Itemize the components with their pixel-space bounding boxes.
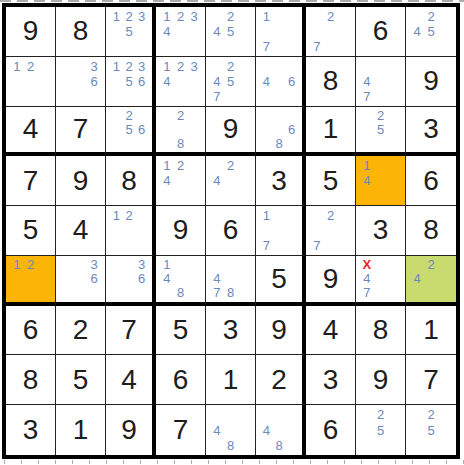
candidate-4: 4: [360, 74, 374, 89]
empty-candidate-slot: [374, 158, 388, 173]
cell-r3c6[interactable]: 68: [256, 107, 306, 157]
cell-value: 9: [323, 265, 339, 293]
candidate-4: 4: [210, 272, 224, 286]
candidate-5: 5: [374, 122, 388, 136]
empty-candidate-slot: [237, 89, 251, 104]
empty-candidate-slot: [360, 136, 374, 150]
cell-r7c3[interactable]: 7: [106, 306, 156, 356]
bottom-tick-marks: [4, 460, 464, 464]
empty-candidate-slot: [374, 188, 388, 203]
cell-value: 4: [121, 366, 137, 394]
candidate-2: 2: [324, 208, 338, 223]
cell-value: 8: [121, 167, 137, 195]
cell-r1c8[interactable]: 6: [356, 7, 406, 57]
empty-candidate-slot: [160, 39, 174, 54]
empty-candidate-slot: [123, 223, 136, 238]
cell-value: 8: [423, 216, 439, 244]
pencil-marks: 47: [356, 57, 405, 106]
empty-candidate-slot: [135, 109, 148, 123]
empty-candidate-slot: [110, 238, 123, 253]
empty-candidate-slot: [438, 422, 452, 437]
cell-r9c6[interactable]: 48: [256, 405, 306, 455]
cell-r9c7[interactable]: 6: [306, 405, 356, 455]
cell-r7c2[interactable]: 2: [56, 306, 106, 356]
empty-candidate-slot: [273, 9, 286, 24]
cell-r3c3[interactable]: 256: [106, 107, 156, 157]
empty-candidate-slot: [135, 136, 148, 150]
empty-candidate-slot: [74, 59, 88, 74]
cell-value: 6: [223, 216, 239, 244]
empty-candidate-slot: [410, 286, 424, 300]
cell-r5c4[interactable]: 9: [156, 206, 206, 256]
cell-value: 8: [373, 316, 389, 344]
empty-candidate-slot: [260, 109, 273, 123]
cell-r7c7[interactable]: 4: [306, 306, 356, 356]
cell-value: 7: [73, 115, 89, 143]
cell-r8c9[interactable]: 7: [406, 355, 456, 405]
cell-r7c1[interactable]: 6: [6, 306, 56, 356]
cell-r6c8[interactable]: X47: [356, 256, 406, 306]
empty-candidate-slot: [285, 89, 298, 104]
candidate-2: 2: [123, 9, 136, 24]
candidate-4: 4: [360, 272, 374, 286]
empty-candidate-slot: [273, 238, 286, 253]
candidate-5: 5: [123, 24, 136, 39]
cell-r6c3[interactable]: 36: [106, 256, 156, 306]
cell-value: 3: [373, 216, 389, 244]
candidate-5: 5: [374, 422, 388, 437]
cell-r4c1[interactable]: 7: [6, 156, 56, 206]
empty-candidate-slot: [187, 89, 201, 104]
empty-candidate-slot: [273, 109, 286, 123]
cell-value: 2: [73, 316, 89, 344]
candidate-6: 6: [87, 272, 101, 286]
cell-r7c9[interactable]: 1: [406, 306, 456, 356]
empty-candidate-slot: [160, 136, 174, 150]
candidate-5: 5: [224, 24, 238, 39]
empty-candidate-slot: [10, 286, 24, 300]
cell-value: 5: [323, 167, 339, 195]
cell-value: 5: [23, 216, 39, 244]
pencil-marks: 36: [56, 57, 105, 106]
candidate-6: 6: [135, 272, 148, 286]
pencil-marks: 28: [156, 107, 205, 153]
cell-r7c5[interactable]: 3: [206, 306, 256, 356]
empty-candidate-slot: [110, 272, 123, 286]
empty-candidate-slot: [360, 109, 374, 123]
empty-candidate-slot: [237, 173, 251, 188]
candidate-4: 4: [410, 24, 424, 39]
empty-candidate-slot: [135, 89, 148, 104]
empty-candidate-slot: [387, 59, 401, 74]
candidate-5: 5: [123, 74, 136, 89]
cell-r5c6[interactable]: 17: [256, 206, 306, 256]
empty-candidate-slot: [160, 286, 174, 300]
empty-candidate-slot: [438, 24, 452, 39]
cell-value: 3: [223, 316, 239, 344]
cell-r9c4[interactable]: 7: [156, 405, 206, 455]
cell-r8c7[interactable]: 3: [306, 355, 356, 405]
cell-r2c1[interactable]: 12: [6, 57, 56, 107]
empty-candidate-slot: [260, 24, 273, 39]
empty-candidate-slot: [410, 438, 424, 453]
empty-candidate-slot: [387, 173, 401, 188]
empty-candidate-slot: [237, 422, 251, 437]
empty-candidate-slot: [110, 136, 123, 150]
empty-candidate-slot: [337, 238, 351, 253]
empty-candidate-slot: [237, 258, 251, 272]
cell-r6c1[interactable]: 12: [6, 256, 56, 306]
candidate-2: 2: [123, 59, 136, 74]
empty-candidate-slot: [187, 39, 201, 54]
empty-candidate-slot: [273, 122, 286, 136]
empty-candidate-slot: [285, 39, 298, 54]
empty-candidate-slot: [37, 258, 51, 272]
cell-value: 9: [423, 67, 439, 95]
candidate-5: 5: [224, 74, 238, 89]
empty-candidate-slot: [374, 438, 388, 453]
empty-candidate-slot: [110, 286, 123, 300]
cell-r1c5[interactable]: 245: [206, 7, 256, 57]
candidate-4: 4: [360, 173, 374, 188]
cell-r2c8[interactable]: 47: [356, 57, 406, 107]
cell-value: 5: [271, 265, 287, 293]
cell-r3c4[interactable]: 28: [156, 107, 206, 157]
cell-r3c9[interactable]: 3: [406, 107, 456, 157]
candidate-4: 4: [210, 74, 224, 89]
cell-value: 1: [323, 115, 339, 143]
pencil-marks: 478: [206, 256, 255, 302]
empty-candidate-slot: [438, 39, 452, 54]
empty-candidate-slot: [273, 422, 286, 437]
candidate-4: 4: [260, 422, 273, 437]
cell-r9c9[interactable]: 25: [406, 405, 456, 455]
empty-candidate-slot: [10, 74, 24, 89]
empty-candidate-slot: [174, 89, 188, 104]
empty-candidate-slot: [135, 238, 148, 253]
empty-candidate-slot: [337, 208, 351, 223]
empty-candidate-slot: [285, 422, 298, 437]
empty-candidate-slot: [174, 24, 188, 39]
empty-candidate-slot: [260, 407, 273, 422]
empty-candidate-slot: [24, 74, 38, 89]
candidate-7: 7: [210, 286, 224, 300]
candidate-8: 8: [174, 136, 188, 150]
empty-candidate-slot: [210, 188, 224, 203]
cell-r5c9[interactable]: 8: [406, 206, 456, 256]
cell-r1c1[interactable]: 9: [6, 7, 56, 57]
cell-r4c9[interactable]: 6: [406, 156, 456, 206]
cell-r8c1[interactable]: 8: [6, 355, 56, 405]
empty-candidate-slot: [237, 24, 251, 39]
empty-candidate-slot: [224, 422, 238, 437]
cell-r5c2[interactable]: 4: [56, 206, 106, 256]
empty-candidate-slot: [410, 39, 424, 54]
empty-candidate-slot: [337, 39, 351, 54]
empty-candidate-slot: [210, 407, 224, 422]
empty-candidate-slot: [110, 89, 123, 104]
cell-value: 6: [373, 17, 389, 45]
cell-r1c4[interactable]: 1234: [156, 7, 206, 57]
empty-candidate-slot: [438, 258, 452, 272]
cell-r3c8[interactable]: 25: [356, 107, 406, 157]
empty-candidate-slot: [110, 258, 123, 272]
empty-candidate-slot: [135, 286, 148, 300]
cell-r5c7[interactable]: 27: [306, 206, 356, 256]
empty-candidate-slot: [387, 89, 401, 104]
cell-r4c6[interactable]: 3: [256, 156, 306, 206]
candidate-3: 3: [87, 59, 101, 74]
cell-r1c9[interactable]: 245: [406, 7, 456, 57]
empty-candidate-slot: [360, 422, 374, 437]
cell-r2c3[interactable]: 12356: [106, 57, 156, 107]
cell-r8c6[interactable]: 2: [256, 355, 306, 405]
cell-r1c2[interactable]: 8: [56, 7, 106, 57]
cell-r2c6[interactable]: 46: [256, 57, 306, 107]
empty-candidate-slot: [187, 272, 201, 286]
cell-r3c7[interactable]: 1: [306, 107, 356, 157]
empty-candidate-slot: [187, 136, 201, 150]
empty-candidate-slot: [174, 173, 188, 188]
candidate-2: 2: [424, 407, 438, 422]
empty-candidate-slot: [123, 136, 136, 150]
cell-r6c5[interactable]: 478: [206, 256, 256, 306]
cell-r6c9[interactable]: 24: [406, 256, 456, 306]
empty-candidate-slot: [438, 407, 452, 422]
cell-r7c4[interactable]: 5: [156, 306, 206, 356]
candidate-7: 7: [310, 39, 324, 54]
cell-r5c5[interactable]: 6: [206, 206, 256, 256]
cell-r3c1[interactable]: 4: [6, 107, 56, 157]
empty-candidate-slot: [224, 39, 238, 54]
empty-candidate-slot: [24, 286, 38, 300]
cell-r1c6[interactable]: 17: [256, 7, 306, 57]
cell-r4c2[interactable]: 9: [56, 156, 106, 206]
elimination-x-mark: X: [360, 258, 374, 272]
pencil-marks: 27: [306, 206, 355, 255]
cell-r9c8[interactable]: 25: [356, 405, 406, 455]
candidate-5: 5: [424, 24, 438, 39]
cell-value: 4: [23, 115, 39, 143]
cell-r9c2[interactable]: 1: [56, 405, 106, 455]
empty-candidate-slot: [424, 286, 438, 300]
cell-r5c1[interactable]: 5: [6, 206, 56, 256]
candidate-2: 2: [174, 59, 188, 74]
candidate-2: 2: [374, 109, 388, 123]
empty-candidate-slot: [273, 208, 286, 223]
cell-r8c5[interactable]: 1: [206, 355, 256, 405]
cell-r1c7[interactable]: 27: [306, 7, 356, 57]
cell-r9c5[interactable]: 48: [206, 405, 256, 455]
pencil-marks: 17: [256, 206, 302, 255]
empty-candidate-slot: [424, 39, 438, 54]
empty-candidate-slot: [285, 59, 298, 74]
cell-r2c5[interactable]: 2457: [206, 57, 256, 107]
empty-candidate-slot: [60, 286, 74, 300]
cell-r9c3[interactable]: 9: [106, 405, 156, 455]
candidate-7: 7: [360, 286, 374, 300]
top-tick-marks: [0, 0, 464, 2]
cell-r8c3[interactable]: 4: [106, 355, 156, 405]
cell-r8c2[interactable]: 5: [56, 355, 106, 405]
cell-value: 6: [173, 366, 189, 394]
empty-candidate-slot: [224, 258, 238, 272]
candidate-3: 3: [187, 59, 201, 74]
cell-r8c8[interactable]: 9: [356, 355, 406, 405]
pencil-marks: 2457: [206, 57, 255, 106]
candidate-3: 3: [135, 9, 148, 24]
candidate-2: 2: [324, 9, 338, 24]
empty-candidate-slot: [410, 407, 424, 422]
candidate-2: 2: [224, 9, 238, 24]
candidate-7: 7: [210, 89, 224, 104]
empty-candidate-slot: [187, 188, 201, 203]
cell-value: 6: [423, 167, 439, 195]
pencil-marks: 12: [106, 206, 152, 255]
cell-value: 4: [73, 216, 89, 244]
empty-candidate-slot: [324, 238, 338, 253]
pencil-marks: X47: [356, 256, 405, 302]
candidate-6: 6: [285, 122, 298, 136]
cell-r6c6[interactable]: 5: [256, 256, 306, 306]
cell-r4c5[interactable]: 24: [206, 156, 256, 206]
cell-r7c6[interactable]: 9: [256, 306, 306, 356]
cell-value: 7: [121, 316, 137, 344]
empty-candidate-slot: [285, 24, 298, 39]
candidate-4: 4: [160, 74, 174, 89]
empty-candidate-slot: [374, 89, 388, 104]
candidate-4: 4: [260, 74, 273, 89]
empty-candidate-slot: [260, 59, 273, 74]
cell-r4c8[interactable]: 14: [356, 156, 406, 206]
empty-candidate-slot: [37, 272, 51, 286]
empty-candidate-slot: [60, 89, 74, 104]
cell-r3c2[interactable]: 7: [56, 107, 106, 157]
cell-value: 2: [271, 366, 287, 394]
empty-candidate-slot: [337, 223, 351, 238]
candidate-8: 8: [273, 438, 286, 453]
cell-r1c3[interactable]: 1235: [106, 7, 156, 57]
empty-candidate-slot: [135, 208, 148, 223]
empty-candidate-slot: [60, 59, 74, 74]
empty-candidate-slot: [10, 89, 24, 104]
cell-r6c4[interactable]: 148: [156, 256, 206, 306]
candidate-2: 2: [174, 109, 188, 123]
cell-r2c9[interactable]: 9: [406, 57, 456, 107]
empty-candidate-slot: [224, 173, 238, 188]
cell-r6c2[interactable]: 36: [56, 256, 106, 306]
empty-candidate-slot: [285, 223, 298, 238]
candidate-2: 2: [374, 407, 388, 422]
candidate-2: 2: [123, 109, 136, 123]
empty-candidate-slot: [174, 188, 188, 203]
empty-candidate-slot: [237, 272, 251, 286]
cell-r9c1[interactable]: 3: [6, 405, 56, 455]
empty-candidate-slot: [387, 286, 401, 300]
candidate-2: 2: [424, 9, 438, 24]
cell-r7c8[interactable]: 8: [356, 306, 406, 356]
empty-candidate-slot: [174, 258, 188, 272]
candidate-3: 3: [87, 258, 101, 272]
empty-candidate-slot: [110, 24, 123, 39]
candidate-1: 1: [160, 59, 174, 74]
cell-value: 7: [423, 366, 439, 394]
cell-value: 5: [73, 366, 89, 394]
cell-r4c3[interactable]: 8: [106, 156, 156, 206]
empty-candidate-slot: [160, 89, 174, 104]
empty-candidate-slot: [110, 223, 123, 238]
empty-candidate-slot: [360, 59, 374, 74]
cell-r4c4[interactable]: 124: [156, 156, 206, 206]
candidate-2: 2: [24, 258, 38, 272]
cell-value: 9: [173, 216, 189, 244]
empty-candidate-slot: [310, 208, 324, 223]
cell-r8c4[interactable]: 6: [156, 355, 206, 405]
empty-candidate-slot: [324, 39, 338, 54]
empty-candidate-slot: [187, 74, 201, 89]
pencil-marks: 36: [56, 256, 105, 302]
cell-r2c7[interactable]: 8: [306, 57, 356, 107]
candidate-1: 1: [260, 208, 273, 223]
empty-candidate-slot: [210, 258, 224, 272]
empty-candidate-slot: [285, 438, 298, 453]
empty-candidate-slot: [273, 24, 286, 39]
pencil-marks: 245: [406, 7, 456, 56]
empty-candidate-slot: [74, 272, 88, 286]
empty-candidate-slot: [387, 109, 401, 123]
candidate-1: 1: [10, 258, 24, 272]
cell-r4c7[interactable]: 5: [306, 156, 356, 206]
empty-candidate-slot: [24, 272, 38, 286]
cell-r2c2[interactable]: 36: [56, 57, 106, 107]
empty-candidate-slot: [374, 59, 388, 74]
cell-value: 6: [323, 416, 339, 444]
cell-value: 5: [173, 316, 189, 344]
cell-value: 9: [223, 115, 239, 143]
candidate-8: 8: [224, 438, 238, 453]
candidate-2: 2: [174, 158, 188, 173]
candidate-3: 3: [135, 59, 148, 74]
empty-candidate-slot: [74, 286, 88, 300]
empty-candidate-slot: [174, 74, 188, 89]
candidate-1: 1: [110, 9, 123, 24]
empty-candidate-slot: [360, 188, 374, 203]
empty-candidate-slot: [387, 74, 401, 89]
empty-candidate-slot: [187, 173, 201, 188]
candidate-4: 4: [160, 173, 174, 188]
empty-candidate-slot: [160, 188, 174, 203]
cell-value: 9: [121, 416, 137, 444]
empty-candidate-slot: [260, 223, 273, 238]
cell-r5c8[interactable]: 3: [356, 206, 406, 256]
empty-candidate-slot: [360, 407, 374, 422]
pencil-marks: 1234: [156, 57, 205, 106]
pencil-marks: 256: [106, 107, 152, 153]
cell-r2c4[interactable]: 1234: [156, 57, 206, 107]
cell-r3c5[interactable]: 9: [206, 107, 256, 157]
pencil-marks: 12: [6, 57, 55, 106]
cell-value: 1: [73, 416, 89, 444]
empty-candidate-slot: [187, 286, 201, 300]
empty-candidate-slot: [123, 238, 136, 253]
empty-candidate-slot: [273, 89, 286, 104]
pencil-marks: 1234: [156, 7, 205, 56]
empty-candidate-slot: [360, 122, 374, 136]
cell-r5c3[interactable]: 12: [106, 206, 156, 256]
candidate-8: 8: [174, 286, 188, 300]
candidate-4: 4: [210, 422, 224, 437]
cell-r6c7[interactable]: 9: [306, 256, 356, 306]
